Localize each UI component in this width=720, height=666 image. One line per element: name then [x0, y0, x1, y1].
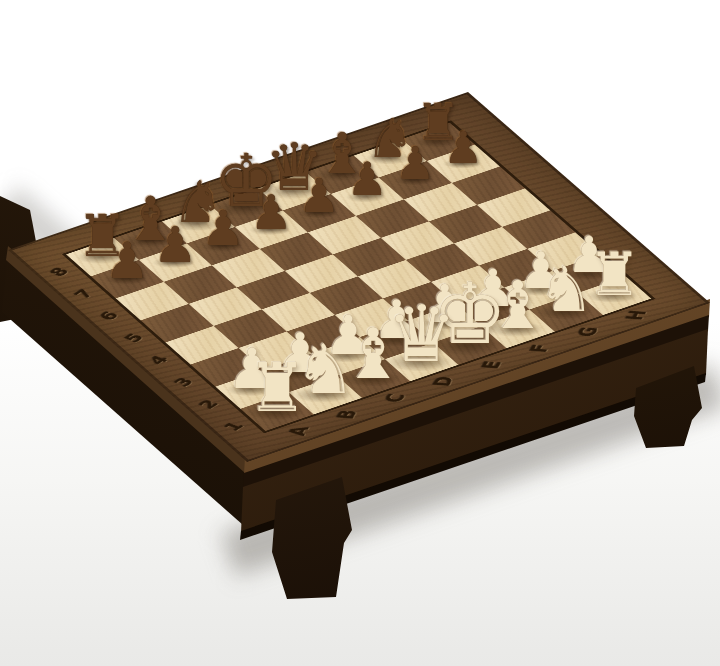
- dark-pawn-icon: ♟: [250, 189, 293, 237]
- dark-pawn-icon: ♟: [347, 157, 388, 203]
- chess-set-photo: 87654321 ABCDEFGH ♜♝♞♚♛♝♞♜♟♟♟♟♟♟♟♟♟♟♟♟♟♟…: [0, 0, 720, 666]
- dark-pawn-icon: ♟: [395, 141, 435, 186]
- dark-pawn-icon: ♟: [105, 236, 150, 286]
- light-rook-icon: ♜: [588, 244, 642, 304]
- light-rook-icon: ♜: [247, 354, 307, 421]
- dark-pawn-icon: ♟: [298, 173, 340, 220]
- dark-pawn-icon: ♟: [443, 126, 483, 170]
- dark-pawn-icon: ♟: [202, 204, 245, 252]
- dark-pawn-icon: ♟: [153, 220, 197, 269]
